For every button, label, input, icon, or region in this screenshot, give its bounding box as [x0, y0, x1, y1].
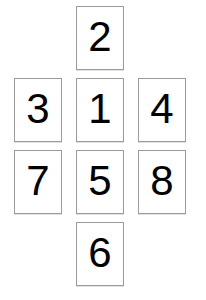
- card-1-label: 1: [88, 88, 111, 130]
- card-board: 2 3 1 4 7 5 8 6: [0, 0, 186, 286]
- card-7-label: 7: [26, 160, 49, 202]
- card-4-label: 4: [150, 88, 173, 130]
- card-2[interactable]: 2: [76, 6, 124, 70]
- card-2-label: 2: [88, 16, 111, 58]
- card-5-label: 5: [88, 160, 111, 202]
- card-6-label: 6: [88, 232, 111, 274]
- card-6[interactable]: 6: [76, 222, 124, 286]
- card-5[interactable]: 5: [76, 150, 124, 214]
- card-8-label: 8: [150, 160, 173, 202]
- card-8[interactable]: 8: [138, 150, 186, 214]
- card-1[interactable]: 1: [76, 78, 124, 142]
- card-4[interactable]: 4: [138, 78, 186, 142]
- card-7[interactable]: 7: [14, 150, 62, 214]
- card-3-label: 3: [26, 88, 49, 130]
- card-3[interactable]: 3: [14, 78, 62, 142]
